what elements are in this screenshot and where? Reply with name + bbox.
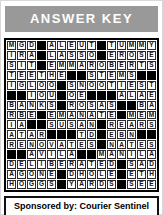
letter-cell: E — [107, 51, 116, 60]
letter-cell: T — [37, 71, 46, 80]
block-cell — [37, 41, 46, 50]
letter-cell: N — [127, 130, 136, 139]
letter-cell: R — [127, 61, 136, 70]
letter-cell: O — [67, 91, 76, 100]
letter-cell: E — [77, 140, 86, 149]
block-cell — [137, 130, 146, 139]
letter-cell: E — [127, 81, 136, 90]
letter-cell: A — [17, 101, 26, 110]
letter-cell: Y — [67, 180, 76, 189]
block-cell — [97, 91, 106, 100]
letter-cell: M — [57, 61, 66, 70]
block-cell — [117, 111, 126, 120]
letter-cell: L — [127, 91, 136, 100]
letter-cell: R — [17, 51, 26, 60]
letter-cell: M — [147, 111, 156, 120]
letter-cell: H — [147, 170, 156, 179]
letter-cell: D — [147, 160, 156, 169]
letter-cell: D — [87, 130, 96, 139]
letter-cell: D — [107, 160, 116, 169]
letter-cell: S — [107, 180, 116, 189]
letter-cell: S — [137, 81, 146, 90]
letter-cell: A — [27, 130, 36, 139]
letter-cell: G — [27, 180, 36, 189]
block-cell — [57, 101, 66, 110]
block-cell — [97, 41, 106, 50]
letter-cell: I — [37, 160, 46, 169]
block-cell — [37, 111, 46, 120]
letter-cell: B — [107, 61, 116, 70]
letter-cell: E — [17, 140, 26, 149]
letter-cell: E — [107, 71, 116, 80]
letter-cell: S — [107, 101, 116, 110]
letter-cell: I — [27, 91, 36, 100]
letter-cell: T — [147, 81, 156, 90]
letter-cell: B — [47, 160, 56, 169]
letter-cell: T — [107, 41, 116, 50]
letter-cell: A — [147, 101, 156, 110]
letter-cell: I — [7, 51, 16, 60]
letter-cell: D — [27, 41, 36, 50]
letter-cell: M — [7, 41, 16, 50]
letter-cell: E — [137, 111, 146, 120]
block-cell — [147, 71, 156, 80]
letter-cell: R — [67, 101, 76, 110]
letter-cell: S — [87, 140, 96, 149]
letter-cell: R — [107, 120, 116, 129]
block-cell — [7, 150, 16, 159]
letter-cell: G — [37, 180, 46, 189]
letter-cell: A — [17, 120, 26, 129]
block-cell — [67, 130, 76, 139]
letter-cell: S — [137, 51, 146, 60]
letter-cell: N — [77, 111, 86, 120]
letter-cell: Y — [147, 41, 156, 50]
letter-cell: E — [147, 91, 156, 100]
letter-cell: S — [67, 51, 76, 60]
letter-cell: A — [67, 111, 76, 120]
letter-cell: R — [7, 111, 16, 120]
letter-cell: E — [147, 51, 156, 60]
letter-cell: E — [67, 41, 76, 50]
letter-cell: T — [7, 71, 16, 80]
letter-cell: A — [57, 140, 66, 149]
letter-cell: A — [97, 101, 106, 110]
letter-cell: D — [7, 160, 16, 169]
letter-cell: S — [127, 160, 136, 169]
letter-cell: L — [27, 81, 36, 90]
letter-cell: M — [127, 41, 136, 50]
letter-cell: T — [97, 111, 106, 120]
letter-cell: A — [27, 150, 36, 159]
letter-cell: A — [77, 160, 86, 169]
letter-cell: E — [97, 160, 106, 169]
letter-cell: E — [57, 160, 66, 169]
letter-cell: A — [137, 160, 146, 169]
letter-cell: N — [87, 120, 96, 129]
letter-cell: H — [7, 180, 16, 189]
letter-cell: L — [57, 150, 66, 159]
letter-cell: T — [97, 71, 106, 80]
letter-cell: M — [97, 150, 106, 159]
letter-cell: H — [47, 71, 56, 80]
letter-cell: O — [37, 81, 46, 90]
letter-cell: A — [27, 51, 36, 60]
block-cell — [37, 61, 46, 70]
block-cell — [97, 51, 106, 60]
letter-cell: I — [117, 81, 126, 90]
letter-cell: O — [27, 170, 36, 179]
letter-cell: S — [47, 101, 56, 110]
letter-cell: S — [87, 71, 96, 80]
sponsor-text: Sponsored by: Courier Sentinel — [14, 201, 149, 211]
letter-cell: T — [87, 160, 96, 169]
letter-cell: R — [87, 180, 96, 189]
block-cell — [77, 150, 86, 159]
letter-cell: S — [47, 120, 56, 129]
letter-cell: S — [87, 101, 96, 110]
letter-cell: O — [77, 101, 86, 110]
letter-cell: O — [87, 170, 96, 179]
block-cell — [97, 120, 106, 129]
letter-cell: I — [7, 120, 16, 129]
letter-cell: T — [107, 81, 116, 90]
letter-cell: E — [47, 170, 56, 179]
letter-cell: T — [127, 140, 136, 149]
letter-cell: U — [117, 41, 126, 50]
letter-cell: G — [17, 41, 26, 50]
letter-cell: E — [47, 111, 56, 120]
letter-cell: O — [47, 81, 56, 90]
letter-cell: N — [37, 170, 46, 179]
letter-cell: N — [117, 150, 126, 159]
letter-cell: E — [57, 71, 66, 80]
block-cell — [47, 130, 56, 139]
letter-cell: H — [77, 170, 86, 179]
letter-cell: R — [37, 130, 46, 139]
letter-cell: S — [147, 61, 156, 70]
letter-cell: R — [7, 140, 16, 149]
letter-cell: A — [127, 120, 136, 129]
letter-cell: O — [127, 51, 136, 60]
letter-cell: E — [147, 180, 156, 189]
letter-cell: O — [97, 81, 106, 90]
block-cell — [117, 160, 126, 169]
letter-cell: S — [127, 180, 136, 189]
letter-cell: R — [117, 51, 126, 60]
block-cell — [17, 91, 26, 100]
letter-cell: A — [147, 150, 156, 159]
letter-cell: N — [77, 81, 86, 90]
letter-cell: O — [37, 91, 46, 100]
letter-cell: N — [27, 101, 36, 110]
letter-cell: E — [117, 120, 126, 129]
letter-cell: A — [117, 91, 126, 100]
letter-cell: E — [17, 160, 26, 169]
letter-cell: I — [47, 150, 56, 159]
letter-cell: E — [17, 71, 26, 80]
block-cell — [57, 81, 66, 90]
crossword-grid: MGDALEUTTUMMYIRALASSOEROSESITEMMAROBERTS… — [4, 38, 159, 192]
letter-cell: B — [117, 130, 126, 139]
letter-cell: M — [137, 41, 146, 50]
block-cell — [117, 101, 126, 110]
letter-cell: T — [137, 170, 146, 179]
block-cell — [57, 170, 66, 179]
letter-cell: T — [77, 130, 86, 139]
letter-cell: I — [7, 81, 16, 90]
block-cell — [37, 51, 46, 60]
letter-cell: G — [17, 170, 26, 179]
block-cell — [77, 71, 86, 80]
answer-key-header: ANSWER KEY — [5, 6, 158, 32]
letter-cell: I — [17, 61, 26, 70]
letter-cell: D — [97, 180, 106, 189]
letter-cell: E — [127, 170, 136, 179]
letter-cell: K — [37, 101, 46, 110]
block-cell — [117, 170, 126, 179]
letter-cell: R — [67, 160, 76, 169]
letter-cell: S — [127, 71, 136, 80]
letter-cell: T — [27, 61, 36, 70]
letter-cell: O — [97, 61, 106, 70]
letter-cell: E — [117, 61, 126, 70]
letter-cell: S — [7, 61, 16, 70]
letter-cell: N — [107, 140, 116, 149]
block-cell — [107, 91, 116, 100]
letter-cell: A — [7, 170, 16, 179]
letter-cell: O — [87, 51, 96, 60]
letter-cell: E — [27, 111, 36, 120]
letter-cell: A — [87, 111, 96, 120]
letter-cell: S — [47, 180, 56, 189]
block-cell — [57, 180, 66, 189]
letter-cell: B — [7, 101, 16, 110]
letter-cell: M — [127, 111, 136, 120]
letter-cell: D — [67, 170, 76, 179]
answer-key-title: ANSWER KEY — [30, 11, 133, 26]
letter-cell: R — [87, 61, 96, 70]
block-cell — [27, 120, 36, 129]
block-cell — [117, 180, 126, 189]
letter-cell: A — [77, 120, 86, 129]
letter-cell: A — [137, 91, 146, 100]
letter-cell: E — [77, 91, 86, 100]
block-cell — [97, 130, 106, 139]
letter-cell: L — [137, 150, 146, 159]
letter-cell: O — [37, 140, 46, 149]
block-cell — [127, 101, 136, 110]
block-cell — [87, 91, 96, 100]
letter-cell: S — [67, 120, 76, 129]
letter-cell: I — [127, 150, 136, 159]
letter-cell: U — [57, 120, 66, 129]
letter-cell: T — [137, 61, 146, 70]
block-cell — [57, 130, 66, 139]
letter-cell: M — [57, 111, 66, 120]
letter-cell: V — [47, 140, 56, 149]
letter-cell: S — [77, 51, 86, 60]
letter-cell: A — [57, 51, 66, 60]
letter-cell: T — [17, 130, 26, 139]
block-cell — [7, 91, 16, 100]
block-cell — [37, 120, 46, 129]
letter-cell: T — [67, 140, 76, 149]
letter-cell: L — [27, 160, 36, 169]
letter-cell: T — [87, 41, 96, 50]
answer-key-page: ANSWER KEY MGDALEUTTUMMYIRALASSOEROSESIT… — [0, 0, 163, 215]
letter-cell: S — [67, 81, 76, 90]
letter-cell: M — [117, 71, 126, 80]
letter-cell: E — [47, 61, 56, 70]
letter-cell: B — [137, 101, 146, 110]
letter-cell: V — [37, 150, 46, 159]
letter-cell: A — [107, 150, 116, 159]
letter-cell: S — [147, 120, 156, 129]
letter-cell: A — [117, 140, 126, 149]
letter-cell: A — [47, 41, 56, 50]
letter-cell: E — [107, 170, 116, 179]
block-cell — [57, 91, 66, 100]
letter-cell: R — [137, 120, 146, 129]
letter-cell: E — [137, 140, 146, 149]
letter-cell: E — [107, 130, 116, 139]
block-cell — [87, 150, 96, 159]
block-cell — [17, 150, 26, 159]
letter-cell: A — [77, 180, 86, 189]
block-cell — [97, 140, 106, 149]
letter-cell: U — [47, 91, 56, 100]
letter-cell: A — [77, 61, 86, 70]
letter-cell: A — [67, 150, 76, 159]
letter-cell: O — [87, 81, 96, 90]
block-cell — [147, 130, 156, 139]
letter-cell: L — [57, 41, 66, 50]
letter-cell: E — [27, 71, 36, 80]
letter-cell: L — [47, 51, 56, 60]
letter-cell: L — [97, 170, 106, 179]
letter-cell: E — [137, 180, 146, 189]
letter-cell: S — [147, 140, 156, 149]
block-cell — [67, 71, 76, 80]
letter-cell: U — [77, 41, 86, 50]
letter-cell: O — [17, 180, 26, 189]
block-cell — [137, 71, 146, 80]
letter-cell: A — [7, 130, 16, 139]
letter-cell: N — [27, 140, 36, 149]
letter-cell: B — [17, 111, 26, 120]
sponsor-box: Sponsored by: Courier Sentinel — [4, 196, 159, 215]
letter-cell: E — [107, 111, 116, 120]
letter-cell: M — [67, 61, 76, 70]
letter-cell: G — [17, 81, 26, 90]
